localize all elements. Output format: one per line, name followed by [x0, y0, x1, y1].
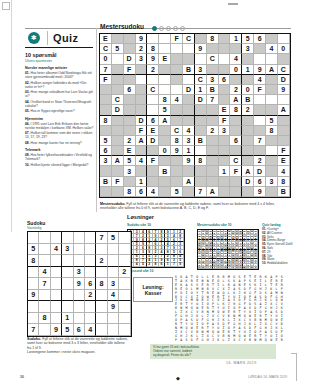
grid-cell[interactable]: 5: [159, 105, 171, 115]
grid-cell[interactable]: [207, 116, 219, 126]
grid-cell[interactable]: [278, 126, 290, 136]
grid-cell[interactable]: [147, 105, 159, 115]
grid-cell[interactable]: [51, 301, 62, 313]
grid-cell[interactable]: D: [136, 116, 148, 126]
grid-cell[interactable]: [195, 34, 207, 44]
grid-cell[interactable]: [266, 136, 278, 146]
grid-cell[interactable]: 2: [147, 65, 159, 75]
grid-cell[interactable]: [266, 95, 278, 105]
grid-cell[interactable]: 7: [28, 324, 39, 336]
grid-cell[interactable]: [147, 146, 159, 156]
grid-cell[interactable]: 3: [62, 244, 73, 256]
grid-cell[interactable]: [159, 65, 171, 75]
grid-cell[interactable]: 9: [195, 44, 207, 54]
grid-cell[interactable]: [219, 95, 231, 105]
grid-cell[interactable]: 4: [108, 290, 119, 302]
grid-cell[interactable]: A: [112, 156, 124, 166]
grid-cell[interactable]: [230, 126, 242, 136]
grid-cell[interactable]: A: [136, 136, 148, 146]
grid-cell[interactable]: 8: [28, 255, 39, 267]
grid-cell[interactable]: B: [207, 85, 219, 95]
grid-cell[interactable]: [278, 54, 290, 64]
grid-cell[interactable]: 6: [100, 146, 112, 156]
grid-cell[interactable]: 6: [219, 75, 231, 85]
grid-cell[interactable]: 0: [242, 85, 254, 95]
grid-cell[interactable]: C: [230, 156, 242, 166]
grid-cell[interactable]: 4: [136, 156, 148, 166]
grid-cell[interactable]: [112, 166, 124, 176]
grid-cell[interactable]: F: [254, 85, 266, 95]
grid-cell[interactable]: [219, 146, 231, 156]
grid-cell[interactable]: 4: [39, 267, 50, 279]
grid-cell[interactable]: [108, 255, 119, 267]
grid-cell[interactable]: [195, 54, 207, 64]
grid-cell[interactable]: [108, 313, 119, 325]
grid-cell[interactable]: [219, 136, 231, 146]
grid-cell[interactable]: [207, 177, 219, 187]
grid-cell[interactable]: [28, 267, 39, 279]
grid-cell[interactable]: [242, 126, 254, 136]
grid-cell[interactable]: [74, 290, 85, 302]
grid-cell[interactable]: [171, 75, 183, 85]
grid-cell[interactable]: [124, 44, 136, 54]
grid-cell[interactable]: [266, 54, 278, 64]
grid-cell[interactable]: [62, 267, 73, 279]
grid-cell[interactable]: D: [195, 95, 207, 105]
grid-cell[interactable]: [266, 166, 278, 176]
grid-cell[interactable]: [96, 301, 107, 313]
grid-cell[interactable]: 4: [254, 75, 266, 85]
grid-cell[interactable]: [119, 244, 130, 256]
grid-cell[interactable]: C: [171, 126, 183, 136]
grid-cell[interactable]: 1: [183, 146, 195, 156]
grid-cell[interactable]: 7: [195, 187, 207, 197]
grid-cell[interactable]: 0: [278, 44, 290, 54]
grid-cell[interactable]: 9: [147, 54, 159, 64]
grid-cell[interactable]: 3: [74, 267, 85, 279]
grid-cell[interactable]: [51, 255, 62, 267]
grid-cell[interactable]: [159, 177, 171, 187]
grid-cell[interactable]: [147, 177, 159, 187]
grid-cell[interactable]: 2: [96, 255, 107, 267]
grid-cell[interactable]: [100, 105, 112, 115]
grid-cell[interactable]: 9: [254, 65, 266, 75]
grid-cell[interactable]: C: [207, 54, 219, 64]
grid-cell[interactable]: A: [159, 116, 171, 126]
grid-cell[interactable]: 1: [195, 85, 207, 95]
grid-cell[interactable]: [51, 290, 62, 302]
grid-cell[interactable]: E: [100, 34, 112, 44]
grid-cell[interactable]: [74, 301, 85, 313]
grid-cell[interactable]: [112, 65, 124, 75]
grid-cell[interactable]: 2: [207, 126, 219, 136]
grid-cell[interactable]: [266, 187, 278, 197]
grid-cell[interactable]: 5: [100, 136, 112, 146]
grid-cell[interactable]: 0: [230, 65, 242, 75]
grid-cell[interactable]: F: [278, 146, 290, 156]
grid-cell[interactable]: A: [207, 187, 219, 197]
grid-cell[interactable]: [242, 187, 254, 197]
grid-cell[interactable]: [159, 44, 171, 54]
grid-cell[interactable]: [136, 105, 148, 115]
grid-cell[interactable]: F: [147, 156, 159, 166]
grid-cell[interactable]: C: [195, 75, 207, 85]
grid-cell[interactable]: [207, 136, 219, 146]
grid-cell[interactable]: [28, 232, 39, 244]
grid-cell[interactable]: [136, 85, 148, 95]
grid-cell[interactable]: E: [219, 105, 231, 115]
grid-cell[interactable]: 9: [171, 146, 183, 156]
grid-cell[interactable]: [278, 136, 290, 146]
grid-cell[interactable]: [136, 65, 148, 75]
grid-cell[interactable]: [159, 34, 171, 44]
grid-cell[interactable]: [112, 116, 124, 126]
grid-cell[interactable]: [85, 255, 96, 267]
grid-cell[interactable]: 6: [147, 116, 159, 126]
grid-cell[interactable]: 2: [124, 136, 136, 146]
grid-cell[interactable]: C: [112, 95, 124, 105]
grid-cell[interactable]: 9: [254, 187, 266, 197]
grid-cell[interactable]: 8: [100, 116, 112, 126]
grid-cell[interactable]: [242, 146, 254, 156]
grid-cell[interactable]: [159, 156, 171, 166]
grid-cell[interactable]: [100, 126, 112, 136]
grid-cell[interactable]: 3: [266, 177, 278, 187]
grid-cell[interactable]: [39, 301, 50, 313]
grid-cell[interactable]: [242, 156, 254, 166]
grid-cell[interactable]: [28, 278, 39, 290]
grid-cell[interactable]: [195, 105, 207, 115]
grid-cell[interactable]: E: [159, 54, 171, 64]
grid-cell[interactable]: 1: [230, 34, 242, 44]
grid-cell[interactable]: 9: [108, 301, 119, 313]
grid-cell[interactable]: [124, 34, 136, 44]
grid-cell[interactable]: B: [159, 166, 171, 176]
grid-cell[interactable]: [159, 85, 171, 95]
grid-cell[interactable]: [159, 126, 171, 136]
grid-cell[interactable]: 8: [230, 105, 242, 115]
grid-cell[interactable]: [96, 244, 107, 256]
grid-cell[interactable]: [85, 244, 96, 256]
grid-cell[interactable]: 6: [254, 34, 266, 44]
grid-cell[interactable]: 8: [147, 44, 159, 54]
grid-cell[interactable]: 7: [96, 232, 107, 244]
grid-cell[interactable]: F: [219, 116, 231, 126]
grid-cell[interactable]: [242, 75, 254, 85]
grid-cell[interactable]: [112, 34, 124, 44]
grid-cell[interactable]: [147, 75, 159, 85]
grid-cell[interactable]: [242, 54, 254, 64]
grid-cell[interactable]: [51, 267, 62, 279]
grid-cell[interactable]: [119, 232, 130, 244]
grid-cell[interactable]: [254, 126, 266, 136]
grid-cell[interactable]: E: [278, 156, 290, 166]
grid-cell[interactable]: [62, 290, 73, 302]
grid-cell[interactable]: [183, 105, 195, 115]
grid-cell[interactable]: 2: [242, 105, 254, 115]
grid-cell[interactable]: 9: [136, 34, 148, 44]
grid-cell[interactable]: 8: [39, 313, 50, 325]
grid-cell[interactable]: [171, 166, 183, 176]
grid-cell[interactable]: [207, 166, 219, 176]
grid-cell[interactable]: [112, 126, 124, 136]
grid-cell[interactable]: 9: [74, 278, 85, 290]
grid-cell[interactable]: 4: [147, 187, 159, 197]
grid-cell[interactable]: F: [100, 75, 112, 85]
grid-cell[interactable]: B: [242, 95, 254, 105]
grid-cell[interactable]: C: [147, 85, 159, 95]
grid-cell[interactable]: [219, 85, 231, 95]
grid-cell[interactable]: [39, 324, 50, 336]
grid-cell[interactable]: [230, 177, 242, 187]
grid-cell[interactable]: [230, 44, 242, 54]
grid-cell[interactable]: [85, 232, 96, 244]
grid-cell[interactable]: [242, 136, 254, 146]
grid-cell[interactable]: [28, 313, 39, 325]
grid-cell[interactable]: 4: [230, 54, 242, 64]
grid-cell[interactable]: [242, 116, 254, 126]
grid-cell[interactable]: D: [124, 54, 136, 64]
grid-cell[interactable]: F: [171, 34, 183, 44]
grid-cell[interactable]: [159, 75, 171, 85]
grid-cell[interactable]: [278, 34, 290, 44]
grid-cell[interactable]: [100, 95, 112, 105]
grid-cell[interactable]: [159, 187, 171, 197]
grid-cell[interactable]: [183, 54, 195, 64]
grid-cell[interactable]: [254, 95, 266, 105]
grid-cell[interactable]: [100, 187, 112, 197]
grid-cell[interactable]: 1: [136, 177, 148, 187]
grid-cell[interactable]: 5: [124, 156, 136, 166]
grid-cell[interactable]: [219, 65, 231, 75]
grid-cell[interactable]: 8: [171, 136, 183, 146]
grid-cell[interactable]: [183, 166, 195, 176]
grid-cell[interactable]: [119, 301, 130, 313]
grid-cell[interactable]: 6: [74, 324, 85, 336]
grid-cell[interactable]: 4: [85, 324, 96, 336]
grid-cell[interactable]: 3: [124, 166, 136, 176]
grid-cell[interactable]: [230, 187, 242, 197]
grid-cell[interactable]: 3: [100, 156, 112, 166]
grid-cell[interactable]: [119, 290, 130, 302]
grid-cell[interactable]: [207, 146, 219, 156]
grid-cell[interactable]: [124, 116, 136, 126]
grid-cell[interactable]: D: [147, 136, 159, 146]
grid-cell[interactable]: 1: [219, 166, 231, 176]
grid-cell[interactable]: [119, 324, 130, 336]
grid-cell[interactable]: [278, 116, 290, 126]
grid-cell[interactable]: A: [183, 177, 195, 187]
grid-cell[interactable]: 4: [171, 95, 183, 105]
grid-cell[interactable]: 3: [242, 44, 254, 54]
grid-cell[interactable]: [74, 255, 85, 267]
grid-cell[interactable]: 3: [207, 75, 219, 85]
grid-cell[interactable]: [62, 278, 73, 290]
grid-cell[interactable]: [108, 267, 119, 279]
grid-cell[interactable]: [62, 301, 73, 313]
grid-cell[interactable]: 5: [108, 232, 119, 244]
grid-cell[interactable]: 5: [266, 116, 278, 126]
grid-cell[interactable]: [74, 232, 85, 244]
grid-cell[interactable]: [266, 34, 278, 44]
grid-cell[interactable]: [183, 44, 195, 54]
grid-cell[interactable]: [171, 65, 183, 75]
grid-cell[interactable]: 7: [207, 95, 219, 105]
grid-cell[interactable]: [254, 54, 266, 64]
grid-cell[interactable]: D: [278, 75, 290, 85]
grid-cell[interactable]: [119, 278, 130, 290]
grid-cell[interactable]: [195, 126, 207, 136]
grid-cell[interactable]: 5: [28, 244, 39, 256]
grid-cell[interactable]: E: [124, 146, 136, 156]
grid-cell[interactable]: [124, 126, 136, 136]
grid-cell[interactable]: [112, 75, 124, 85]
grid-cell[interactable]: [207, 44, 219, 54]
grid-cell[interactable]: 2: [230, 85, 242, 95]
grid-cell[interactable]: 8: [124, 187, 136, 197]
grid-cell[interactable]: 6: [136, 187, 148, 197]
grid-cell[interactable]: 6: [254, 177, 266, 187]
grid-cell[interactable]: 9: [278, 85, 290, 95]
grid-cell[interactable]: 9: [28, 290, 39, 302]
grid-cell[interactable]: [100, 166, 112, 176]
grid-cell[interactable]: D: [254, 166, 266, 176]
grid-cell[interactable]: 4: [183, 126, 195, 136]
grid-cell[interactable]: [171, 177, 183, 187]
grid-cell[interactable]: [230, 116, 242, 126]
grid-cell[interactable]: [96, 267, 107, 279]
grid-cell[interactable]: [62, 232, 73, 244]
grid-cell[interactable]: [266, 156, 278, 166]
grid-cell[interactable]: 2: [254, 156, 266, 166]
grid-cell[interactable]: [266, 105, 278, 115]
grid-cell[interactable]: 0: [159, 146, 171, 156]
grid-cell[interactable]: F: [124, 65, 136, 75]
grid-cell[interactable]: 4: [266, 44, 278, 54]
grid-cell[interactable]: [266, 75, 278, 85]
grid-cell[interactable]: [171, 44, 183, 54]
grid-cell[interactable]: 6: [124, 85, 136, 95]
grid-cell[interactable]: D: [242, 177, 254, 187]
grid-cell[interactable]: [51, 232, 62, 244]
grid-cell[interactable]: 3: [195, 65, 207, 75]
grid-cell[interactable]: C: [278, 65, 290, 75]
grid-cell[interactable]: [254, 44, 266, 54]
grid-cell[interactable]: [171, 156, 183, 166]
grid-cell[interactable]: B: [100, 177, 112, 187]
grid-cell[interactable]: [112, 136, 124, 146]
grid-cell[interactable]: 1: [62, 313, 73, 325]
grid-cell[interactable]: [219, 34, 231, 44]
grid-cell[interactable]: A: [278, 105, 290, 115]
grid-cell[interactable]: [96, 290, 107, 302]
grid-cell[interactable]: [195, 177, 207, 187]
grid-cell[interactable]: 2: [136, 44, 148, 54]
grid-cell[interactable]: [39, 290, 50, 302]
grid-cell[interactable]: [195, 116, 207, 126]
grid-cell[interactable]: [183, 187, 195, 197]
grid-cell[interactable]: [136, 146, 148, 156]
grid-cell[interactable]: 2: [119, 267, 130, 279]
grid-cell[interactable]: [112, 85, 124, 95]
grid-cell[interactable]: [183, 116, 195, 126]
grid-cell[interactable]: 9: [183, 156, 195, 166]
grid-cell[interactable]: 7: [39, 278, 50, 290]
grid-cell[interactable]: [39, 232, 50, 244]
grid-cell[interactable]: 5: [62, 324, 73, 336]
grid-cell[interactable]: [124, 95, 136, 105]
grid-cell[interactable]: [119, 255, 130, 267]
grid-cell[interactable]: D: [112, 105, 124, 115]
grid-cell[interactable]: 5: [171, 187, 183, 197]
grid-cell[interactable]: [85, 301, 96, 313]
grid-cell[interactable]: [39, 255, 50, 267]
grid-cell[interactable]: C: [183, 34, 195, 44]
grid-cell[interactable]: [124, 105, 136, 115]
grid-cell[interactable]: [108, 244, 119, 256]
grid-cell[interactable]: [171, 105, 183, 115]
grid-cell[interactable]: [96, 324, 107, 336]
grid-cell[interactable]: [124, 75, 136, 85]
grid-cell[interactable]: [207, 156, 219, 166]
grid-cell[interactable]: [159, 136, 171, 146]
grid-cell[interactable]: 3: [183, 136, 195, 146]
grid-cell[interactable]: [230, 146, 242, 156]
grid-cell[interactable]: [219, 187, 231, 197]
grid-cell[interactable]: B: [278, 187, 290, 197]
grid-cell[interactable]: [230, 75, 242, 85]
grid-cell[interactable]: 1: [242, 65, 254, 75]
grid-cell[interactable]: [39, 244, 50, 256]
grid-cell[interactable]: 7: [100, 65, 112, 75]
grid-cell[interactable]: [171, 116, 183, 126]
grid-cell[interactable]: F: [112, 177, 124, 187]
grid-cell[interactable]: [219, 54, 231, 64]
grid-cell[interactable]: 8: [96, 278, 107, 290]
grid-cell[interactable]: 4: [51, 244, 62, 256]
grid-cell[interactable]: A: [242, 166, 254, 176]
grid-cell[interactable]: [112, 146, 124, 156]
grid-cell[interactable]: 3: [136, 54, 148, 64]
grid-cell[interactable]: [195, 146, 207, 156]
grid-cell[interactable]: [147, 34, 159, 44]
grid-cell[interactable]: 4: [278, 166, 290, 176]
grid-cell[interactable]: [124, 177, 136, 187]
grid-cell[interactable]: [219, 44, 231, 54]
grid-cell[interactable]: [147, 166, 159, 176]
grid-cell[interactable]: [207, 105, 219, 115]
grid-cell[interactable]: 5: [112, 44, 124, 54]
grid-cell[interactable]: [147, 95, 159, 105]
mestersudoku-grid[interactable]: E9FC8156C52893400D39EC47F2B3019ACFC364D6…: [99, 33, 291, 198]
grid-cell[interactable]: [85, 267, 96, 279]
grid-cell[interactable]: 9: [51, 324, 62, 336]
grid-cell[interactable]: [51, 313, 62, 325]
grid-cell[interactable]: 2: [85, 290, 96, 302]
grid-cell[interactable]: 8: [207, 34, 219, 44]
grid-cell[interactable]: [136, 75, 148, 85]
grid-cell[interactable]: [254, 105, 266, 115]
grid-cell[interactable]: 3: [108, 278, 119, 290]
grid-cell[interactable]: E: [147, 126, 159, 136]
grid-cell[interactable]: 0: [100, 54, 112, 64]
grid-cell[interactable]: [171, 85, 183, 95]
grid-cell[interactable]: [219, 156, 231, 166]
grid-cell[interactable]: [28, 301, 39, 313]
grid-cell[interactable]: [51, 278, 62, 290]
grid-cell[interactable]: [219, 177, 231, 187]
grid-cell[interactable]: [108, 324, 119, 336]
